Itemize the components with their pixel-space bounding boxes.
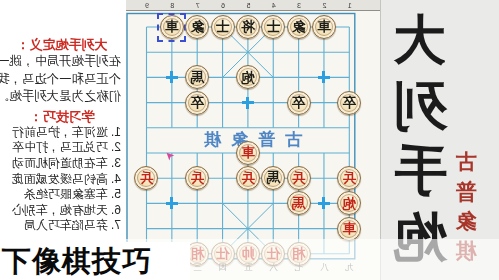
- tip-item: 2. 巧兑正马，打中卒: [3, 140, 121, 156]
- xiangqi-board[interactable]: 123456789 古普象棋 ➤ 車象士将士象車炮馬卒卒卒車馬兵兵兵兵兵炮馬車相…: [126, 0, 380, 280]
- mirrored-content: 大列手炮 古普象棋 123456789 古普象棋 ➤ 車象士将士象車炮馬卒卒卒車…: [0, 0, 499, 280]
- piece-glyph: 兵: [292, 171, 306, 185]
- piece-glyph: 兵: [241, 171, 255, 185]
- screenshot-stage: 大列手炮 古普象棋 123456789 古普象棋 ➤ 車象士将士象車炮馬卒卒卒車…: [0, 0, 499, 280]
- tips-list: 1. 巡河车，护马前行2. 巧兑正马，打中卒3. 车在肋道伺机而动4. 高钓马缓…: [3, 125, 121, 234]
- tips-heading: 学习技巧：: [3, 108, 121, 125]
- big-title-panel: 大列手炮 古普象棋: [380, 0, 499, 280]
- black-卒-piece[interactable]: 卒: [287, 91, 311, 115]
- tip-item: 6. 天地有炮，车别心: [3, 203, 121, 219]
- title-char: 列: [390, 76, 450, 136]
- piece-glyph: 馬: [292, 197, 306, 211]
- vacated-point-marker: [318, 197, 330, 209]
- definition-line: 在列手炮开局中，跳一: [3, 53, 121, 71]
- piece-glyph: 卒: [190, 96, 204, 110]
- caption-text: 下像棋技巧: [0, 243, 152, 279]
- red-馬-piece[interactable]: 馬: [287, 191, 311, 215]
- black-将-piece[interactable]: 将: [236, 15, 260, 39]
- vacated-point-marker: [166, 197, 178, 209]
- piece-glyph: 馬: [190, 71, 204, 85]
- black-卒-piece[interactable]: 卒: [337, 91, 361, 115]
- definition-line: 个正马和一个边马，我: [3, 71, 121, 89]
- caption-box: 下像棋技巧: [0, 242, 190, 280]
- piece-glyph: 車: [317, 20, 331, 34]
- definition-line: 们称之为是大列手炮。: [3, 88, 121, 106]
- vacated-point-marker: [166, 71, 178, 83]
- title-char: 大: [390, 10, 450, 70]
- black-車-piece[interactable]: 車: [160, 15, 184, 39]
- piece-glyph: 車: [241, 146, 255, 160]
- black-象-piece[interactable]: 象: [287, 15, 311, 39]
- subtitle-char: 象: [453, 208, 479, 234]
- tip-item: 4. 高钓马缓发威面庞: [3, 172, 121, 188]
- piece-glyph: 象: [190, 20, 204, 34]
- black-卒-piece[interactable]: 卒: [185, 91, 209, 115]
- tip-item: 3. 车在肋道伺机而动: [3, 156, 121, 172]
- title-char: 手: [390, 141, 450, 201]
- piece-glyph: 兵: [140, 171, 154, 185]
- definition-heading: 大列手炮定义：: [3, 36, 121, 53]
- red-兵-piece[interactable]: 兵: [236, 166, 260, 190]
- piece-glyph: 炮: [241, 71, 255, 85]
- piece-glyph: 卒: [343, 96, 357, 110]
- piece-glyph: 兵: [343, 171, 357, 185]
- piece-glyph: 炮: [343, 197, 357, 211]
- tip-item: 1. 巡河车，护马前行: [3, 125, 121, 141]
- tip-item: 5. 车塞象眼巧绝杀: [3, 187, 121, 203]
- piece-glyph: 象: [292, 20, 306, 34]
- vacated-point-marker: [242, 97, 254, 109]
- piece-glyph: 車: [343, 222, 357, 236]
- subtitle-char: 古: [453, 149, 479, 175]
- black-車-piece[interactable]: 車: [312, 15, 336, 39]
- tips-panel: 大列手炮定义： 在列手炮开局中，跳一个正马和一个边马，我们称之为是大列手炮。 学…: [0, 0, 126, 280]
- black-士-piece[interactable]: 士: [211, 15, 235, 39]
- subtitle-char: 普: [453, 179, 479, 205]
- piece-glyph: 兵: [190, 171, 204, 185]
- red-車-piece[interactable]: 車: [337, 217, 361, 241]
- tip-item: 7. 弃马陷车巧入局: [3, 218, 121, 234]
- piece-glyph: 車: [165, 20, 179, 34]
- vacated-point-marker: [318, 71, 330, 83]
- piece-glyph: 馬: [267, 171, 281, 185]
- piece-glyph: 卒: [292, 96, 306, 110]
- piece-glyph: 将: [241, 20, 255, 34]
- piece-glyph: 士: [267, 20, 281, 34]
- piece-glyph: 士: [216, 20, 230, 34]
- red-車-piece[interactable]: 車: [236, 141, 260, 165]
- definition-text: 在列手炮开局中，跳一个正马和一个边马，我们称之为是大列手炮。: [3, 53, 121, 106]
- red-兵-piece[interactable]: 兵: [287, 166, 311, 190]
